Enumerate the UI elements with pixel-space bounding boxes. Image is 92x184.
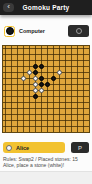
black-stone: [39, 82, 44, 87]
alice-name: Alice: [16, 145, 29, 151]
black-stone: [45, 82, 50, 87]
black-stone: [33, 70, 38, 75]
gomoku-app: ‹ Gomoku Party Computer Alice P Rules: S…: [0, 0, 92, 184]
computer-stone-indicator: [4, 26, 15, 37]
footer-strip: [0, 171, 92, 184]
white-stone: [33, 76, 38, 81]
white-stone-icon: [6, 145, 12, 151]
status-text: Rules: Swap2 / Placed stones: 15 Alice, …: [3, 157, 89, 168]
computer-name: Computer: [19, 28, 45, 34]
black-stone-icon: [6, 27, 14, 35]
white-stone: [21, 76, 26, 81]
bot-icon: [76, 28, 82, 34]
black-stone: [39, 64, 44, 69]
white-stone: [39, 88, 44, 93]
black-stone: [33, 94, 38, 99]
back-button[interactable]: ‹: [3, 3, 14, 12]
white-stone: [33, 88, 38, 93]
white-stone: [33, 82, 38, 87]
black-stone: [33, 64, 38, 69]
pause-button-label: P: [78, 145, 82, 151]
header-bar: ‹ Gomoku Party: [0, 0, 92, 15]
black-stone: [51, 76, 56, 81]
board[interactable]: [2, 45, 90, 133]
pause-button[interactable]: P: [71, 142, 89, 153]
status-line-turn: Alice, place a stone (white)!: [3, 163, 89, 169]
computer-settings-button[interactable]: [68, 25, 89, 37]
white-stone: [27, 70, 32, 75]
alice-player-row[interactable]: Alice: [3, 142, 65, 153]
white-stone: [57, 70, 62, 75]
black-stone: [39, 76, 44, 81]
